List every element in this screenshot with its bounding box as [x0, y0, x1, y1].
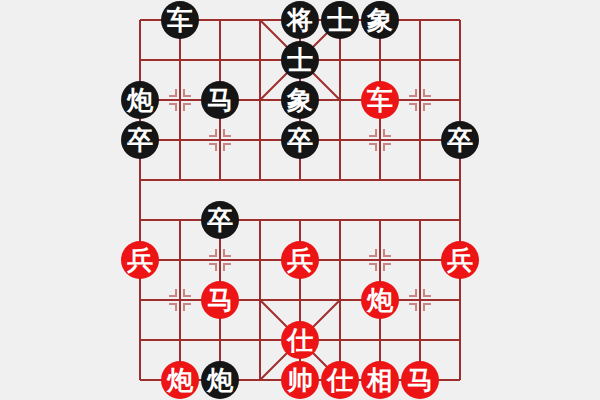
piece-black-horse[interactable]: 马	[201, 81, 239, 119]
board-grid: 车将士象士炮马象卒卒卒卒炮车兵兵兵马炮仕炮帅仕相马	[120, 0, 480, 400]
piece-red-soldier[interactable]: 兵	[441, 241, 479, 279]
piece-black-soldier[interactable]: 卒	[281, 121, 319, 159]
piece-red-elephant[interactable]: 相	[361, 361, 399, 399]
piece-black-advisor[interactable]: 士	[281, 41, 319, 79]
piece-red-horse[interactable]: 马	[401, 361, 439, 399]
piece-red-cannon[interactable]: 炮	[161, 361, 199, 399]
piece-black-chariot[interactable]: 车	[161, 1, 199, 39]
piece-black-general[interactable]: 将	[281, 1, 319, 39]
piece-red-horse[interactable]: 马	[201, 281, 239, 319]
piece-black-elephant[interactable]: 象	[361, 1, 399, 39]
piece-black-soldier[interactable]: 卒	[441, 121, 479, 159]
piece-red-general[interactable]: 帅	[281, 361, 319, 399]
piece-red-advisor[interactable]: 仕	[321, 361, 359, 399]
piece-red-chariot[interactable]: 车	[361, 81, 399, 119]
piece-red-cannon[interactable]: 炮	[361, 281, 399, 319]
piece-red-soldier[interactable]: 兵	[121, 241, 159, 279]
piece-red-advisor[interactable]: 仕	[281, 321, 319, 359]
piece-black-cannon[interactable]: 炮	[201, 361, 239, 399]
piece-black-advisor[interactable]: 士	[321, 1, 359, 39]
piece-black-elephant[interactable]: 象	[281, 81, 319, 119]
piece-black-soldier[interactable]: 卒	[121, 121, 159, 159]
xiangqi-board-screen: 车将士象士炮马象卒卒卒卒炮车兵兵兵马炮仕炮帅仕相马	[0, 0, 600, 400]
piece-black-soldier[interactable]: 卒	[201, 201, 239, 239]
piece-black-cannon[interactable]: 炮	[121, 81, 159, 119]
piece-red-soldier[interactable]: 兵	[281, 241, 319, 279]
